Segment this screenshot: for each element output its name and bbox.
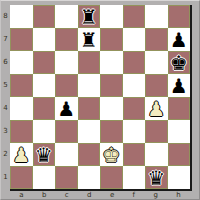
square-f8[interactable] xyxy=(123,5,146,28)
square-f6[interactable] xyxy=(123,51,146,74)
square-b8[interactable] xyxy=(33,5,56,28)
square-c7[interactable] xyxy=(55,28,78,51)
square-f7[interactable] xyxy=(123,28,146,51)
square-b4[interactable] xyxy=(33,97,56,120)
square-c5[interactable] xyxy=(55,74,78,97)
rank-label-5: 5 xyxy=(1,74,10,97)
rank-label-8: 8 xyxy=(1,5,10,28)
file-label-g: g xyxy=(144,190,167,200)
square-e5[interactable] xyxy=(100,74,123,97)
file-label-b: b xyxy=(33,190,56,200)
square-c2[interactable] xyxy=(55,143,78,166)
chessboard-frame: 87654321 ♜♜♟♚♟♟♟♟♛♚♛ abcdefgh xyxy=(0,0,200,200)
square-f2[interactable] xyxy=(123,143,146,166)
square-d6[interactable] xyxy=(78,51,101,74)
square-h4[interactable] xyxy=(168,97,191,120)
square-b3[interactable] xyxy=(33,120,56,143)
square-c4[interactable]: ♟ xyxy=(55,97,78,120)
square-g2[interactable] xyxy=(145,143,168,166)
black-rook[interactable]: ♜ xyxy=(80,7,98,27)
square-b2[interactable]: ♛ xyxy=(33,143,56,166)
square-a2[interactable]: ♟ xyxy=(10,143,33,166)
square-h6[interactable]: ♚ xyxy=(168,51,191,74)
white-king[interactable]: ♚ xyxy=(102,145,120,165)
square-g4[interactable]: ♟ xyxy=(145,97,168,120)
square-a3[interactable] xyxy=(10,120,33,143)
rank-label-7: 7 xyxy=(1,28,10,51)
rank-label-4: 4 xyxy=(1,97,10,120)
square-b6[interactable] xyxy=(33,51,56,74)
square-a6[interactable] xyxy=(10,51,33,74)
file-label-f: f xyxy=(123,190,144,200)
square-g7[interactable] xyxy=(145,28,168,51)
file-label-a: a xyxy=(10,190,33,200)
square-e1[interactable] xyxy=(100,166,123,189)
square-d7[interactable]: ♜ xyxy=(78,28,101,51)
square-b1[interactable] xyxy=(33,166,56,189)
square-b7[interactable] xyxy=(33,28,56,51)
square-d3[interactable] xyxy=(78,120,101,143)
square-d4[interactable] xyxy=(78,97,101,120)
square-f1[interactable] xyxy=(123,166,146,189)
square-a4[interactable] xyxy=(10,97,33,120)
square-g1[interactable]: ♛ xyxy=(145,166,168,189)
square-c3[interactable] xyxy=(55,120,78,143)
square-g8[interactable] xyxy=(145,5,168,28)
square-h7[interactable]: ♟ xyxy=(168,28,191,51)
square-c6[interactable] xyxy=(55,51,78,74)
black-rook[interactable]: ♜ xyxy=(80,30,98,50)
square-g6[interactable] xyxy=(145,51,168,74)
black-king[interactable]: ♚ xyxy=(170,53,188,73)
square-e3[interactable] xyxy=(100,120,123,143)
file-label-h: h xyxy=(167,190,190,200)
square-b5[interactable] xyxy=(33,74,56,97)
white-pawn[interactable]: ♟ xyxy=(147,99,165,119)
square-e8[interactable] xyxy=(100,5,123,28)
square-e4[interactable] xyxy=(100,97,123,120)
file-label-c: c xyxy=(56,190,78,200)
rank-label-6: 6 xyxy=(1,51,10,74)
chess-board: ♜♜♟♚♟♟♟♟♛♚♛ xyxy=(10,5,192,191)
rank-label-3: 3 xyxy=(1,120,10,143)
square-d8[interactable]: ♜ xyxy=(78,5,101,28)
square-f3[interactable] xyxy=(123,120,146,143)
square-a5[interactable] xyxy=(10,74,33,97)
black-pawn[interactable]: ♟ xyxy=(57,99,75,119)
black-queen[interactable]: ♛ xyxy=(35,145,53,165)
square-h8[interactable] xyxy=(168,5,191,28)
square-a7[interactable] xyxy=(10,28,33,51)
file-labels: abcdefgh xyxy=(10,190,190,200)
white-pawn[interactable]: ♟ xyxy=(12,145,30,165)
square-h5[interactable]: ♟ xyxy=(168,74,191,97)
square-h1[interactable] xyxy=(168,166,191,189)
square-a8[interactable] xyxy=(10,5,33,28)
rank-label-2: 2 xyxy=(1,143,10,166)
square-g5[interactable] xyxy=(145,74,168,97)
rank-labels: 87654321 xyxy=(1,5,10,189)
square-f4[interactable] xyxy=(123,97,146,120)
square-f5[interactable] xyxy=(123,74,146,97)
square-e6[interactable] xyxy=(100,51,123,74)
file-label-e: e xyxy=(101,190,124,200)
square-h2[interactable] xyxy=(168,143,191,166)
square-d5[interactable] xyxy=(78,74,101,97)
square-g3[interactable] xyxy=(145,120,168,143)
square-h3[interactable] xyxy=(168,120,191,143)
file-label-d: d xyxy=(78,190,101,200)
square-e7[interactable] xyxy=(100,28,123,51)
black-queen[interactable]: ♛ xyxy=(147,168,165,188)
square-c1[interactable] xyxy=(55,166,78,189)
rank-label-1: 1 xyxy=(1,166,10,189)
square-a1[interactable] xyxy=(10,166,33,189)
black-pawn[interactable]: ♟ xyxy=(170,30,188,50)
square-e2[interactable]: ♚ xyxy=(100,143,123,166)
square-d1[interactable] xyxy=(78,166,101,189)
black-pawn[interactable]: ♟ xyxy=(170,76,188,96)
square-c8[interactable] xyxy=(55,5,78,28)
square-d2[interactable] xyxy=(78,143,101,166)
